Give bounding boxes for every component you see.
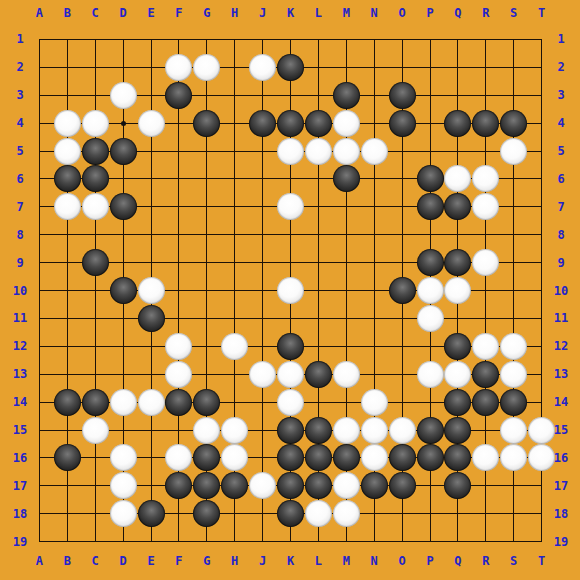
coord-label-right-1: 1 bbox=[549, 32, 573, 46]
white-stone-P13[interactable] bbox=[417, 361, 444, 388]
coord-label-bottom-J: J bbox=[251, 554, 275, 568]
coord-label-right-11: 11 bbox=[549, 311, 573, 325]
black-stone-L16[interactable] bbox=[305, 444, 332, 471]
black-stone-L17[interactable] bbox=[305, 472, 332, 499]
white-stone-F12[interactable] bbox=[165, 333, 192, 360]
coord-label-bottom-A: A bbox=[27, 554, 51, 568]
black-stone-O10[interactable] bbox=[389, 277, 416, 304]
coord-label-top-P: P bbox=[418, 6, 442, 20]
black-stone-P15[interactable] bbox=[417, 417, 444, 444]
coord-label-right-13: 13 bbox=[549, 367, 573, 381]
white-stone-C7[interactable] bbox=[82, 193, 109, 220]
white-stone-M4[interactable] bbox=[333, 110, 360, 137]
white-stone-K5[interactable] bbox=[277, 138, 304, 165]
black-stone-Q14[interactable] bbox=[444, 389, 471, 416]
white-stone-R7[interactable] bbox=[472, 193, 499, 220]
black-stone-O17[interactable] bbox=[389, 472, 416, 499]
white-stone-F13[interactable] bbox=[165, 361, 192, 388]
white-stone-M5[interactable] bbox=[333, 138, 360, 165]
coord-label-bottom-E: E bbox=[139, 554, 163, 568]
black-stone-K4[interactable] bbox=[277, 110, 304, 137]
white-stone-D17[interactable] bbox=[110, 472, 137, 499]
coord-label-bottom-L: L bbox=[306, 554, 330, 568]
white-stone-B4[interactable] bbox=[54, 110, 81, 137]
coord-label-right-19: 19 bbox=[549, 535, 573, 549]
black-stone-M3[interactable] bbox=[333, 82, 360, 109]
white-stone-K14[interactable] bbox=[277, 389, 304, 416]
white-stone-N15[interactable] bbox=[361, 417, 388, 444]
coord-label-right-9: 9 bbox=[549, 256, 573, 270]
white-stone-E10[interactable] bbox=[138, 277, 165, 304]
coord-label-left-13: 13 bbox=[8, 367, 32, 381]
white-stone-E4[interactable] bbox=[138, 110, 165, 137]
white-stone-P11[interactable] bbox=[417, 305, 444, 332]
coord-label-left-9: 9 bbox=[8, 256, 32, 270]
coord-label-top-S: S bbox=[502, 6, 526, 20]
coord-label-left-3: 3 bbox=[8, 88, 32, 102]
black-stone-G14[interactable] bbox=[193, 389, 220, 416]
coord-label-left-4: 4 bbox=[8, 116, 32, 130]
coord-label-left-14: 14 bbox=[8, 395, 32, 409]
black-stone-C5[interactable] bbox=[82, 138, 109, 165]
white-stone-S12[interactable] bbox=[500, 333, 527, 360]
white-stone-M18[interactable] bbox=[333, 500, 360, 527]
coord-label-right-18: 18 bbox=[549, 507, 573, 521]
coord-label-bottom-B: B bbox=[55, 554, 79, 568]
white-stone-L5[interactable] bbox=[305, 138, 332, 165]
coord-label-left-5: 5 bbox=[8, 144, 32, 158]
black-stone-Q16[interactable] bbox=[444, 444, 471, 471]
white-stone-S5[interactable] bbox=[500, 138, 527, 165]
black-stone-L13[interactable] bbox=[305, 361, 332, 388]
black-stone-N17[interactable] bbox=[361, 472, 388, 499]
black-stone-M16[interactable] bbox=[333, 444, 360, 471]
coord-label-right-7: 7 bbox=[549, 200, 573, 214]
coord-label-right-17: 17 bbox=[549, 479, 573, 493]
grid-line-horizontal bbox=[39, 318, 542, 319]
coord-label-top-E: E bbox=[139, 6, 163, 20]
black-stone-S4[interactable] bbox=[500, 110, 527, 137]
white-stone-Q10[interactable] bbox=[444, 277, 471, 304]
coord-label-top-Q: Q bbox=[446, 6, 470, 20]
coord-label-left-6: 6 bbox=[8, 172, 32, 186]
coord-label-right-16: 16 bbox=[549, 451, 573, 465]
coord-label-top-L: L bbox=[306, 6, 330, 20]
black-stone-C14[interactable] bbox=[82, 389, 109, 416]
white-stone-N5[interactable] bbox=[361, 138, 388, 165]
black-stone-Q4[interactable] bbox=[444, 110, 471, 137]
coord-label-top-H: H bbox=[223, 6, 247, 20]
black-stone-H17[interactable] bbox=[221, 472, 248, 499]
black-stone-G17[interactable] bbox=[193, 472, 220, 499]
coord-label-right-6: 6 bbox=[549, 172, 573, 186]
coord-label-top-N: N bbox=[362, 6, 386, 20]
white-stone-P10[interactable] bbox=[417, 277, 444, 304]
black-stone-D5[interactable] bbox=[110, 138, 137, 165]
coord-label-bottom-F: F bbox=[167, 554, 191, 568]
coord-label-bottom-N: N bbox=[362, 554, 386, 568]
black-stone-O4[interactable] bbox=[389, 110, 416, 137]
coord-label-top-C: C bbox=[83, 6, 107, 20]
white-stone-J2[interactable] bbox=[249, 54, 276, 81]
black-stone-B16[interactable] bbox=[54, 444, 81, 471]
black-stone-O16[interactable] bbox=[389, 444, 416, 471]
black-stone-E18[interactable] bbox=[138, 500, 165, 527]
white-stone-R9[interactable] bbox=[472, 249, 499, 276]
coord-label-bottom-Q: Q bbox=[446, 554, 470, 568]
white-stone-R6[interactable] bbox=[472, 165, 499, 192]
coord-label-top-G: G bbox=[195, 6, 219, 20]
coord-label-right-3: 3 bbox=[549, 88, 573, 102]
star-point bbox=[121, 121, 126, 126]
white-stone-M15[interactable] bbox=[333, 417, 360, 444]
coord-label-bottom-O: O bbox=[390, 554, 414, 568]
coord-label-bottom-K: K bbox=[279, 554, 303, 568]
black-stone-G18[interactable] bbox=[193, 500, 220, 527]
black-stone-K17[interactable] bbox=[277, 472, 304, 499]
coord-label-bottom-C: C bbox=[83, 554, 107, 568]
black-stone-P7[interactable] bbox=[417, 193, 444, 220]
coord-label-left-10: 10 bbox=[8, 284, 32, 298]
coord-label-top-K: K bbox=[279, 6, 303, 20]
black-stone-R13[interactable] bbox=[472, 361, 499, 388]
black-stone-S14[interactable] bbox=[500, 389, 527, 416]
white-stone-K13[interactable] bbox=[277, 361, 304, 388]
coord-label-top-R: R bbox=[474, 6, 498, 20]
white-stone-L18[interactable] bbox=[305, 500, 332, 527]
white-stone-S13[interactable] bbox=[500, 361, 527, 388]
coord-label-bottom-H: H bbox=[223, 554, 247, 568]
black-stone-C9[interactable] bbox=[82, 249, 109, 276]
white-stone-S15[interactable] bbox=[500, 417, 527, 444]
white-stone-S16[interactable] bbox=[500, 444, 527, 471]
coord-label-right-2: 2 bbox=[549, 60, 573, 74]
white-stone-J17[interactable] bbox=[249, 472, 276, 499]
coord-label-right-14: 14 bbox=[549, 395, 573, 409]
coord-label-top-O: O bbox=[390, 6, 414, 20]
white-stone-D16[interactable] bbox=[110, 444, 137, 471]
black-stone-P6[interactable] bbox=[417, 165, 444, 192]
white-stone-R12[interactable] bbox=[472, 333, 499, 360]
black-stone-Q17[interactable] bbox=[444, 472, 471, 499]
black-stone-D10[interactable] bbox=[110, 277, 137, 304]
black-stone-G4[interactable] bbox=[193, 110, 220, 137]
coord-label-bottom-G: G bbox=[195, 554, 219, 568]
black-stone-Q9[interactable] bbox=[444, 249, 471, 276]
black-stone-E11[interactable] bbox=[138, 305, 165, 332]
white-stone-F16[interactable] bbox=[165, 444, 192, 471]
black-stone-F3[interactable] bbox=[165, 82, 192, 109]
coord-label-top-B: B bbox=[55, 6, 79, 20]
coord-label-top-A: A bbox=[27, 6, 51, 20]
black-stone-R14[interactable] bbox=[472, 389, 499, 416]
white-stone-M17[interactable] bbox=[333, 472, 360, 499]
white-stone-K7[interactable] bbox=[277, 193, 304, 220]
coord-label-right-12: 12 bbox=[549, 339, 573, 353]
white-stone-M13[interactable] bbox=[333, 361, 360, 388]
black-stone-B6[interactable] bbox=[54, 165, 81, 192]
white-stone-Q6[interactable] bbox=[444, 165, 471, 192]
white-stone-N16[interactable] bbox=[361, 444, 388, 471]
coord-label-top-J: J bbox=[251, 6, 275, 20]
white-stone-C4[interactable] bbox=[82, 110, 109, 137]
coord-label-bottom-D: D bbox=[111, 554, 135, 568]
black-stone-Q12[interactable] bbox=[444, 333, 471, 360]
black-stone-K12[interactable] bbox=[277, 333, 304, 360]
black-stone-L15[interactable] bbox=[305, 417, 332, 444]
coord-label-right-15: 15 bbox=[549, 423, 573, 437]
coord-label-left-12: 12 bbox=[8, 339, 32, 353]
black-stone-P9[interactable] bbox=[417, 249, 444, 276]
black-stone-Q7[interactable] bbox=[444, 193, 471, 220]
coord-label-bottom-P: P bbox=[418, 554, 442, 568]
white-stone-R16[interactable] bbox=[472, 444, 499, 471]
white-stone-D3[interactable] bbox=[110, 82, 137, 109]
coord-label-top-F: F bbox=[167, 6, 191, 20]
coord-label-bottom-S: S bbox=[502, 554, 526, 568]
coord-label-top-D: D bbox=[111, 6, 135, 20]
coord-label-bottom-T: T bbox=[530, 554, 554, 568]
black-stone-K15[interactable] bbox=[277, 417, 304, 444]
grid-line-horizontal bbox=[39, 541, 542, 542]
coord-label-left-17: 17 bbox=[8, 479, 32, 493]
coord-label-top-M: M bbox=[334, 6, 358, 20]
coord-label-left-2: 2 bbox=[8, 60, 32, 74]
coord-label-left-7: 7 bbox=[8, 200, 32, 214]
white-stone-G2[interactable] bbox=[193, 54, 220, 81]
black-stone-D7[interactable] bbox=[110, 193, 137, 220]
black-stone-Q15[interactable] bbox=[444, 417, 471, 444]
white-stone-C15[interactable] bbox=[82, 417, 109, 444]
black-stone-M6[interactable] bbox=[333, 165, 360, 192]
coord-label-left-16: 16 bbox=[8, 451, 32, 465]
coord-label-left-8: 8 bbox=[8, 228, 32, 242]
coord-label-left-19: 19 bbox=[8, 535, 32, 549]
white-stone-O15[interactable] bbox=[389, 417, 416, 444]
white-stone-K10[interactable] bbox=[277, 277, 304, 304]
black-stone-O3[interactable] bbox=[389, 82, 416, 109]
coord-label-left-11: 11 bbox=[8, 311, 32, 325]
go-board-app: AABBCCDDEEFFGGHHJJKKLLMMNNOOPPQQRRSSTT11… bbox=[0, 0, 580, 580]
coord-label-top-T: T bbox=[530, 6, 554, 20]
white-stone-H16[interactable] bbox=[221, 444, 248, 471]
black-stone-K18[interactable] bbox=[277, 500, 304, 527]
black-stone-F14[interactable] bbox=[165, 389, 192, 416]
white-stone-F2[interactable] bbox=[165, 54, 192, 81]
black-stone-R4[interactable] bbox=[472, 110, 499, 137]
white-stone-E14[interactable] bbox=[138, 389, 165, 416]
white-stone-B5[interactable] bbox=[54, 138, 81, 165]
white-stone-B7[interactable] bbox=[54, 193, 81, 220]
white-stone-Q13[interactable] bbox=[444, 361, 471, 388]
black-stone-F17[interactable] bbox=[165, 472, 192, 499]
black-stone-P16[interactable] bbox=[417, 444, 444, 471]
black-stone-B14[interactable] bbox=[54, 389, 81, 416]
coord-label-left-1: 1 bbox=[8, 32, 32, 46]
white-stone-J13[interactable] bbox=[249, 361, 276, 388]
coord-label-left-15: 15 bbox=[8, 423, 32, 437]
black-stone-K2[interactable] bbox=[277, 54, 304, 81]
black-stone-J4[interactable] bbox=[249, 110, 276, 137]
white-stone-N14[interactable] bbox=[361, 389, 388, 416]
black-stone-C6[interactable] bbox=[82, 165, 109, 192]
coord-label-right-4: 4 bbox=[549, 116, 573, 130]
black-stone-L4[interactable] bbox=[305, 110, 332, 137]
coord-label-right-10: 10 bbox=[549, 284, 573, 298]
white-stone-H15[interactable] bbox=[221, 417, 248, 444]
black-stone-K16[interactable] bbox=[277, 444, 304, 471]
coord-label-bottom-M: M bbox=[334, 554, 358, 568]
white-stone-D18[interactable] bbox=[110, 500, 137, 527]
coord-label-right-5: 5 bbox=[549, 144, 573, 158]
white-stone-G15[interactable] bbox=[193, 417, 220, 444]
coord-label-right-8: 8 bbox=[549, 228, 573, 242]
black-stone-G16[interactable] bbox=[193, 444, 220, 471]
coord-label-bottom-R: R bbox=[474, 554, 498, 568]
white-stone-D14[interactable] bbox=[110, 389, 137, 416]
coord-label-left-18: 18 bbox=[8, 507, 32, 521]
white-stone-H12[interactable] bbox=[221, 333, 248, 360]
